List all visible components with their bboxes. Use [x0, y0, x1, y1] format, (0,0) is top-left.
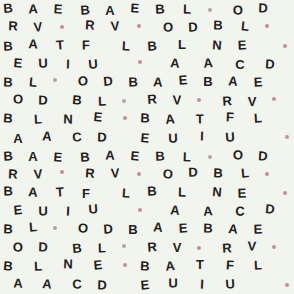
letter-cell: B	[3, 222, 13, 235]
letter-cell: B	[80, 3, 90, 17]
letter-cell: C	[72, 277, 82, 290]
letter-cell: L	[28, 75, 37, 89]
letter-cell: A	[203, 56, 213, 70]
letter-cell: L	[28, 220, 37, 234]
letter-cell: B	[213, 166, 223, 179]
accent-dot	[272, 97, 276, 101]
letter-cell: A	[42, 129, 52, 143]
accent-dot	[60, 25, 64, 29]
letter-cell: U	[225, 130, 235, 144]
letter-cell: B	[3, 111, 13, 125]
letter-cell: U	[225, 277, 235, 291]
letter-cell: A	[13, 132, 22, 145]
letter-cell: O	[233, 3, 244, 16]
letter-cell: L	[178, 185, 186, 198]
letter-cell: B	[3, 259, 13, 273]
letter-cell: U	[88, 202, 98, 216]
letter-cell: O	[233, 148, 243, 161]
letter-cell: E	[13, 203, 23, 217]
letter-cell: R	[85, 18, 95, 31]
letter-cell: L	[122, 186, 131, 200]
letter-cell: E	[253, 75, 262, 88]
accent-dot	[208, 8, 212, 12]
letter-cell: V	[248, 239, 257, 252]
letter-cell: A	[165, 112, 175, 126]
letter-cell: B	[72, 241, 82, 255]
letter-cell: B	[128, 223, 137, 236]
accent-dot	[265, 24, 269, 28]
letter-cell: B	[3, 75, 13, 88]
accent-dot	[283, 191, 287, 195]
letter-cell: I	[66, 204, 70, 217]
letter-cell: D	[38, 93, 48, 106]
letter-cell: V	[110, 166, 119, 179]
accent-dot	[283, 44, 287, 48]
letter-cell: B	[147, 39, 157, 53]
letter-cell: C	[72, 130, 82, 143]
letter-cell: A	[165, 259, 175, 273]
letter-cell: R	[222, 241, 232, 254]
letter-cell: L	[254, 111, 263, 125]
accent-dot	[53, 78, 57, 82]
letter-cell: D	[97, 278, 107, 291]
letter-cell: E	[130, 149, 140, 163]
letter-cell: U	[38, 204, 48, 217]
letter-cell: L	[183, 2, 191, 15]
letter-cell: A	[105, 148, 115, 161]
letter-cell: E	[237, 186, 246, 199]
letter-cell: O	[13, 92, 24, 106]
letter-cell: D	[188, 165, 198, 178]
letter-cell: E	[237, 38, 246, 51]
letter-cell: B	[3, 184, 13, 197]
accent-dot	[208, 155, 212, 159]
accent-dot	[123, 116, 127, 120]
letter-cell: L	[254, 258, 263, 271]
letter-cell: R	[85, 166, 95, 180]
letter-cell: O	[78, 221, 89, 235]
letter-cell: L	[34, 112, 43, 125]
accent-dot	[137, 172, 141, 176]
letter-pattern-board: BAEBAEBLODRVRVODBLBATFLBLNEEUIUAACDBLODB…	[0, 0, 294, 294]
letter-cell: A	[203, 204, 213, 217]
letter-cell: U	[88, 57, 98, 71]
letter-cell: A	[28, 2, 38, 15]
accent-dot	[285, 283, 289, 287]
letter-cell: B	[155, 149, 165, 162]
letter-cell: E	[140, 278, 150, 292]
letter-cell: T	[56, 185, 65, 199]
letter-cell: E	[53, 2, 62, 15]
letter-cell: B	[72, 93, 82, 107]
letter-cell: O	[13, 240, 24, 253]
letter-cell: F	[226, 258, 235, 272]
letter-cell: V	[110, 19, 120, 33]
letter-cell: C	[235, 204, 245, 217]
letter-cell: F	[82, 38, 90, 51]
letter-cell: R	[147, 92, 157, 106]
letter-cell: A	[42, 277, 52, 291]
letter-cell: V	[33, 167, 43, 181]
accent-dot	[138, 208, 142, 212]
letter-cell: A	[28, 150, 37, 163]
letter-cell: T	[55, 38, 64, 52]
letter-cell: L	[240, 166, 249, 180]
letter-cell: D	[188, 20, 198, 33]
letter-cell: T	[196, 258, 204, 271]
letter-cell: V	[173, 241, 182, 254]
letter-cell: T	[196, 112, 204, 125]
letter-cell: C	[235, 57, 244, 70]
letter-cell: I	[66, 57, 70, 70]
accent-dot	[265, 172, 269, 176]
letter-cell: L	[178, 38, 186, 51]
letter-cell: D	[38, 240, 48, 253]
letter-cell: L	[98, 241, 106, 254]
accent-dot	[60, 170, 64, 174]
letter-cell: D	[103, 222, 113, 236]
accent-dot	[122, 99, 126, 103]
letter-cell: L	[34, 259, 42, 272]
letter-cell: L	[183, 150, 191, 163]
letter-cell: R	[147, 240, 157, 254]
letter-cell: E	[253, 222, 262, 235]
letter-cell: V	[248, 95, 257, 108]
letter-cell: D	[258, 149, 268, 162]
letter-cell: N	[63, 112, 73, 125]
accent-dot	[197, 246, 201, 250]
letter-cell: E	[178, 73, 188, 87]
accent-dot	[285, 135, 289, 139]
letter-cell: E	[140, 131, 150, 145]
letter-cell: I	[200, 277, 204, 290]
letter-cell: D	[103, 74, 113, 88]
letter-cell: E	[53, 150, 63, 164]
letter-cell: A	[228, 74, 238, 88]
letter-cell: B	[128, 75, 138, 88]
letter-cell: A	[28, 185, 38, 198]
letter-cell: E	[93, 110, 103, 124]
accent-dot	[197, 98, 201, 102]
letter-cell: B	[147, 184, 157, 197]
accent-dot	[122, 244, 126, 248]
letter-cell: E	[93, 258, 103, 272]
letter-cell: U	[168, 276, 178, 289]
letter-cell: A	[153, 220, 163, 234]
letter-cell: D	[97, 130, 107, 143]
letter-cell: A	[170, 56, 180, 69]
letter-cell: O	[78, 74, 89, 87]
accent-dot	[53, 226, 57, 230]
accent-dot	[138, 60, 142, 64]
letter-cell: V	[33, 20, 43, 34]
letter-cell: E	[130, 1, 140, 15]
letter-cell: A	[228, 222, 238, 236]
letter-cell: F	[226, 110, 235, 123]
letter-cell: B	[140, 259, 150, 272]
letter-cell: E	[13, 56, 23, 70]
letter-cell: B	[213, 18, 223, 31]
letter-cell: U	[38, 56, 48, 69]
letter-cell: B	[155, 2, 165, 15]
letter-cell: L	[240, 19, 249, 33]
letter-cell: B	[3, 1, 13, 15]
letter-cell: B	[140, 111, 150, 124]
letter-cell: B	[3, 149, 13, 163]
letter-cell: B	[3, 39, 13, 52]
letter-cell: R	[8, 167, 18, 180]
letter-cell: A	[105, 4, 114, 17]
letter-cell: V	[173, 93, 182, 106]
letter-cell: B	[203, 221, 213, 234]
letter-cell: R	[222, 94, 232, 108]
letter-cell: D	[265, 57, 275, 71]
letter-cell: B	[203, 74, 212, 87]
letter-cell: A	[153, 75, 163, 88]
letter-cell: D	[258, 1, 268, 14]
letter-cell: N	[212, 185, 222, 199]
letter-cell: A	[13, 276, 23, 289]
letter-cell: A	[170, 203, 180, 217]
letter-cell: B	[80, 150, 90, 163]
letter-cell: R	[8, 19, 18, 32]
letter-cell: O	[162, 20, 173, 34]
letter-cell: A	[28, 37, 38, 50]
letter-cell: U	[168, 131, 178, 144]
letter-cell: E	[178, 221, 187, 234]
letter-cell: L	[122, 39, 131, 52]
letter-cell: O	[162, 167, 173, 181]
letter-cell: N	[63, 257, 73, 270]
letter-cell: L	[98, 94, 106, 107]
accent-dot	[272, 245, 276, 249]
letter-cell: I	[200, 129, 204, 142]
letter-cell: D	[265, 202, 275, 216]
letter-cell: N	[212, 38, 222, 52]
accent-dot	[137, 24, 141, 28]
accent-dot	[123, 263, 127, 267]
letter-cell: F	[82, 186, 90, 199]
